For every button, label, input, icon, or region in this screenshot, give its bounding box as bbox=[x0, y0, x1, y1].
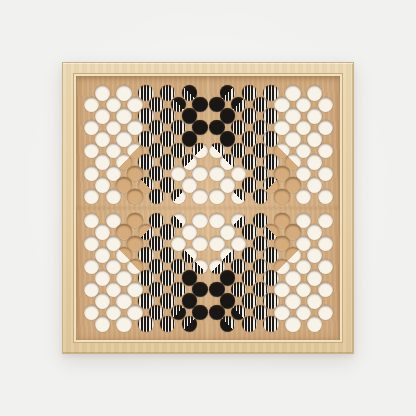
dot-r20c7-S bbox=[242, 316, 258, 332]
perforated-wood-panel bbox=[76, 76, 340, 340]
dot-r10c9-S bbox=[253, 189, 269, 205]
dot-r10c4-S bbox=[149, 189, 165, 205]
dot-r20c5-B bbox=[182, 316, 198, 332]
dot-r10c5-X bbox=[171, 189, 187, 205]
dot-r10c1-W bbox=[84, 189, 100, 205]
dot-r10c7-W bbox=[209, 189, 225, 205]
dot-r20c1-W bbox=[95, 316, 111, 332]
dot-r20c10-W bbox=[307, 316, 323, 332]
dot-r20c8-S bbox=[263, 316, 279, 332]
wall-background bbox=[0, 0, 416, 416]
dot-r20c4-S bbox=[160, 316, 176, 332]
dot-r10c3-T bbox=[127, 189, 143, 205]
dot-r20c2-W bbox=[116, 316, 132, 332]
dot-r20c6-B bbox=[220, 316, 236, 332]
dot-r10c2-W bbox=[106, 189, 122, 205]
dot-r10c12-W bbox=[318, 189, 334, 205]
dot-r20c9-W bbox=[285, 316, 301, 332]
dot-r10c11-W bbox=[296, 189, 312, 205]
dot-r10c8-X bbox=[231, 189, 247, 205]
dot-r10c10-T bbox=[274, 189, 290, 205]
dot-r20c3-S bbox=[138, 316, 154, 332]
dot-r10c6-W bbox=[192, 189, 208, 205]
wooden-frame bbox=[62, 62, 354, 354]
